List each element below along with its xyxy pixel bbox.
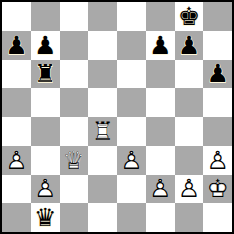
square-b7[interactable]: ♟ — [31, 31, 60, 60]
square-f7[interactable]: ♟ — [146, 31, 175, 60]
piece-outline: ♙ — [175, 175, 204, 204]
piece-outline: ♕ — [60, 146, 89, 175]
black-pawn[interactable]: ♟ — [2, 31, 31, 60]
square-f6[interactable] — [146, 60, 175, 89]
white-pawn[interactable]: ♟♙ — [175, 175, 204, 204]
piece-outline: ♙ — [117, 146, 146, 175]
piece-glyph: ♟ — [2, 31, 31, 60]
piece-glyph: ♟ — [146, 31, 175, 60]
square-h4[interactable] — [203, 117, 232, 146]
white-rook[interactable]: ♜♖ — [88, 117, 117, 146]
square-b1[interactable]: ♛ — [31, 203, 60, 232]
square-c4[interactable] — [60, 117, 89, 146]
square-b4[interactable] — [31, 117, 60, 146]
black-pawn[interactable]: ♟ — [175, 31, 204, 60]
square-c8[interactable] — [60, 2, 89, 31]
square-h7[interactable] — [203, 31, 232, 60]
square-e4[interactable] — [117, 117, 146, 146]
square-a8[interactable] — [2, 2, 31, 31]
white-pawn[interactable]: ♟♙ — [2, 146, 31, 175]
square-d5[interactable] — [88, 88, 117, 117]
square-e2[interactable] — [117, 175, 146, 204]
square-a2[interactable] — [2, 175, 31, 204]
square-g6[interactable] — [175, 60, 204, 89]
piece-outline: ♔ — [203, 175, 232, 204]
square-a3[interactable]: ♟♙ — [2, 146, 31, 175]
square-e3[interactable]: ♟♙ — [117, 146, 146, 175]
square-c5[interactable] — [60, 88, 89, 117]
square-d3[interactable] — [88, 146, 117, 175]
black-pawn[interactable]: ♟ — [146, 31, 175, 60]
white-pawn[interactable]: ♟♙ — [117, 146, 146, 175]
square-h1[interactable] — [203, 203, 232, 232]
square-e8[interactable] — [117, 2, 146, 31]
square-e7[interactable] — [117, 31, 146, 60]
black-pawn[interactable]: ♟ — [31, 31, 60, 60]
square-f1[interactable] — [146, 203, 175, 232]
piece-glyph: ♛ — [31, 203, 60, 232]
square-c3[interactable]: ♛♕ — [60, 146, 89, 175]
square-b5[interactable] — [31, 88, 60, 117]
piece-outline: ♖ — [88, 117, 117, 146]
square-a6[interactable] — [2, 60, 31, 89]
piece-outline: ♙ — [146, 175, 175, 204]
square-a5[interactable] — [2, 88, 31, 117]
square-g7[interactable]: ♟ — [175, 31, 204, 60]
square-b2[interactable]: ♟♙ — [31, 175, 60, 204]
piece-outline: ♙ — [2, 146, 31, 175]
square-f8[interactable] — [146, 2, 175, 31]
square-e5[interactable] — [117, 88, 146, 117]
square-g5[interactable] — [175, 88, 204, 117]
square-h5[interactable] — [203, 88, 232, 117]
piece-glyph: ♚ — [175, 2, 204, 31]
square-h3[interactable]: ♟♙ — [203, 146, 232, 175]
square-e6[interactable] — [117, 60, 146, 89]
square-h8[interactable] — [203, 2, 232, 31]
square-g2[interactable]: ♟♙ — [175, 175, 204, 204]
white-queen[interactable]: ♛♕ — [60, 146, 89, 175]
square-d7[interactable] — [88, 31, 117, 60]
square-c7[interactable] — [60, 31, 89, 60]
piece-outline: ♙ — [203, 146, 232, 175]
square-b3[interactable] — [31, 146, 60, 175]
square-b6[interactable]: ♜ — [31, 60, 60, 89]
piece-glyph: ♟ — [31, 31, 60, 60]
white-pawn[interactable]: ♟♙ — [203, 146, 232, 175]
chess-board: ♚♟♟♟♟♜♟♜♖♟♙♛♕♟♙♟♙♟♙♟♙♟♙♚♔♛ — [0, 0, 234, 234]
white-pawn[interactable]: ♟♙ — [31, 175, 60, 204]
square-d6[interactable] — [88, 60, 117, 89]
square-h6[interactable]: ♟ — [203, 60, 232, 89]
square-g8[interactable]: ♚ — [175, 2, 204, 31]
black-queen[interactable]: ♛ — [31, 203, 60, 232]
square-h2[interactable]: ♚♔ — [203, 175, 232, 204]
square-c6[interactable] — [60, 60, 89, 89]
piece-outline: ♙ — [31, 175, 60, 204]
square-a4[interactable] — [2, 117, 31, 146]
square-d8[interactable] — [88, 2, 117, 31]
square-b8[interactable] — [31, 2, 60, 31]
black-king[interactable]: ♚ — [175, 2, 204, 31]
black-rook[interactable]: ♜ — [31, 60, 60, 89]
piece-glyph: ♟ — [203, 60, 232, 89]
square-f2[interactable]: ♟♙ — [146, 175, 175, 204]
piece-glyph: ♟ — [175, 31, 204, 60]
square-f4[interactable] — [146, 117, 175, 146]
square-e1[interactable] — [117, 203, 146, 232]
square-c2[interactable] — [60, 175, 89, 204]
piece-glyph: ♜ — [31, 60, 60, 89]
square-d4[interactable]: ♜♖ — [88, 117, 117, 146]
square-f3[interactable] — [146, 146, 175, 175]
square-g1[interactable] — [175, 203, 204, 232]
white-king[interactable]: ♚♔ — [203, 175, 232, 204]
square-d2[interactable] — [88, 175, 117, 204]
black-pawn[interactable]: ♟ — [203, 60, 232, 89]
square-a1[interactable] — [2, 203, 31, 232]
square-d1[interactable] — [88, 203, 117, 232]
square-c1[interactable] — [60, 203, 89, 232]
square-g3[interactable] — [175, 146, 204, 175]
square-a7[interactable]: ♟ — [2, 31, 31, 60]
white-pawn[interactable]: ♟♙ — [146, 175, 175, 204]
square-f5[interactable] — [146, 88, 175, 117]
square-g4[interactable] — [175, 117, 204, 146]
